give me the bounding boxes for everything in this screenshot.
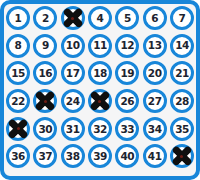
number-circle: 5 (115, 6, 139, 30)
number-circle: 17 (61, 61, 85, 85)
number-label: 7 (179, 13, 186, 24)
number-label: 2 (42, 13, 49, 24)
number-label: 39 (93, 151, 107, 162)
number-cell-5[interactable]: 5 (115, 6, 139, 30)
number-circle: 33 (115, 117, 139, 141)
number-label: 16 (39, 68, 53, 79)
number-label: 18 (93, 68, 107, 79)
number-label: 20 (148, 68, 162, 79)
number-circle: 7 (170, 6, 194, 30)
number-cell-27[interactable]: 27 (143, 89, 167, 113)
number-label: 21 (175, 68, 189, 79)
number-label: 24 (66, 96, 80, 107)
number-circle: 38 (61, 144, 85, 168)
number-circle: 41 (143, 144, 167, 168)
number-circle: 36 (6, 144, 30, 168)
number-cell-33[interactable]: 33 (115, 117, 139, 141)
number-label: 10 (66, 41, 80, 52)
number-circle: 16 (33, 61, 57, 85)
number-cell-1[interactable]: 1 (6, 6, 30, 30)
number-cell-34[interactable]: 34 (143, 117, 167, 141)
number-cell-37[interactable]: 37 (33, 144, 57, 168)
number-cell-23[interactable] (33, 89, 57, 113)
cross-icon (61, 6, 85, 30)
number-label: 28 (175, 96, 189, 107)
number-circle: 4 (88, 6, 112, 30)
number-cell-24[interactable]: 24 (61, 89, 85, 113)
number-label: 40 (121, 151, 135, 162)
number-cell-6[interactable]: 6 (143, 6, 167, 30)
number-circle: 32 (88, 117, 112, 141)
number-cell-3[interactable] (61, 6, 85, 30)
number-cell-8[interactable]: 8 (6, 34, 30, 58)
number-cell-14[interactable]: 14 (170, 34, 194, 58)
number-label: 15 (11, 68, 25, 79)
number-circle: 39 (88, 144, 112, 168)
number-cell-39[interactable]: 39 (88, 144, 112, 168)
number-circle: 14 (170, 34, 194, 58)
number-cell-22[interactable]: 22 (6, 89, 30, 113)
cross-icon (33, 89, 57, 113)
number-cell-38[interactable]: 38 (61, 144, 85, 168)
number-circle: 37 (33, 144, 57, 168)
number-circle: 22 (6, 89, 30, 113)
number-cell-35[interactable]: 35 (170, 117, 194, 141)
number-label: 31 (66, 124, 80, 135)
number-circle: 24 (61, 89, 85, 113)
number-cell-26[interactable]: 26 (115, 89, 139, 113)
number-label: 22 (11, 96, 25, 107)
number-circle: 26 (115, 89, 139, 113)
cross-icon (88, 89, 112, 113)
number-cell-7[interactable]: 7 (170, 6, 194, 30)
number-cell-15[interactable]: 15 (6, 61, 30, 85)
number-cell-31[interactable]: 31 (61, 117, 85, 141)
number-circle: 11 (88, 34, 112, 58)
number-label: 5 (124, 13, 131, 24)
number-label: 35 (175, 124, 189, 135)
number-circle: 9 (33, 34, 57, 58)
number-circle: 10 (61, 34, 85, 58)
number-label: 6 (151, 13, 158, 24)
number-label: 34 (148, 124, 162, 135)
number-circle: 28 (170, 89, 194, 113)
number-circle: 34 (143, 117, 167, 141)
number-circle: 21 (170, 61, 194, 85)
number-cell-2[interactable]: 2 (33, 6, 57, 30)
number-cell-4[interactable]: 4 (88, 6, 112, 30)
number-label: 4 (97, 13, 104, 24)
number-circle: 2 (33, 6, 57, 30)
number-label: 8 (15, 41, 22, 52)
number-circle: 19 (115, 61, 139, 85)
cross-icon (6, 117, 30, 141)
number-circle: 27 (143, 89, 167, 113)
number-circle: 40 (115, 144, 139, 168)
number-cell-10[interactable]: 10 (61, 34, 85, 58)
number-label: 12 (121, 41, 135, 52)
number-board: 1245678910111213141516171819202122242627… (4, 4, 196, 176)
number-circle: 8 (6, 34, 30, 58)
number-cell-11[interactable]: 11 (88, 34, 112, 58)
number-cell-18[interactable]: 18 (88, 61, 112, 85)
number-cell-30[interactable]: 30 (33, 117, 57, 141)
number-label: 36 (11, 151, 25, 162)
number-label: 27 (148, 96, 162, 107)
number-circle: 35 (170, 117, 194, 141)
number-label: 37 (39, 151, 53, 162)
number-circle: 18 (88, 61, 112, 85)
number-circle: 30 (33, 117, 57, 141)
number-circle: 31 (61, 117, 85, 141)
number-circle: 12 (115, 34, 139, 58)
number-label: 17 (66, 68, 80, 79)
number-cell-16[interactable]: 16 (33, 61, 57, 85)
number-circle: 6 (143, 6, 167, 30)
number-label: 41 (148, 151, 162, 162)
number-cell-36[interactable]: 36 (6, 144, 30, 168)
number-cell-40[interactable]: 40 (115, 144, 139, 168)
number-cell-20[interactable]: 20 (143, 61, 167, 85)
number-label: 38 (66, 151, 80, 162)
number-circle: 1 (6, 6, 30, 30)
number-cell-13[interactable]: 13 (143, 34, 167, 58)
number-label: 13 (148, 41, 162, 52)
number-circle: 15 (6, 61, 30, 85)
number-label: 1 (15, 13, 22, 24)
number-label: 33 (121, 124, 135, 135)
number-board-frame: 1245678910111213141516171819202122242627… (0, 0, 200, 180)
number-label: 19 (121, 68, 135, 79)
number-cell-28[interactable]: 28 (170, 89, 194, 113)
number-cell-32[interactable]: 32 (88, 117, 112, 141)
number-cell-25[interactable] (88, 89, 112, 113)
number-cell-12[interactable]: 12 (115, 34, 139, 58)
number-circle: 13 (143, 34, 167, 58)
cross-icon (170, 144, 194, 168)
number-label: 26 (121, 96, 135, 107)
number-cell-41[interactable]: 41 (143, 144, 167, 168)
number-label: 11 (93, 41, 107, 52)
number-cell-42[interactable] (170, 144, 194, 168)
number-label: 32 (93, 124, 107, 135)
number-cell-17[interactable]: 17 (61, 61, 85, 85)
number-circle: 20 (143, 61, 167, 85)
number-cell-9[interactable]: 9 (33, 34, 57, 58)
number-label: 9 (42, 41, 49, 52)
number-label: 30 (39, 124, 53, 135)
number-cell-29[interactable] (6, 117, 30, 141)
number-cell-19[interactable]: 19 (115, 61, 139, 85)
number-cell-21[interactable]: 21 (170, 61, 194, 85)
number-label: 14 (175, 41, 189, 52)
